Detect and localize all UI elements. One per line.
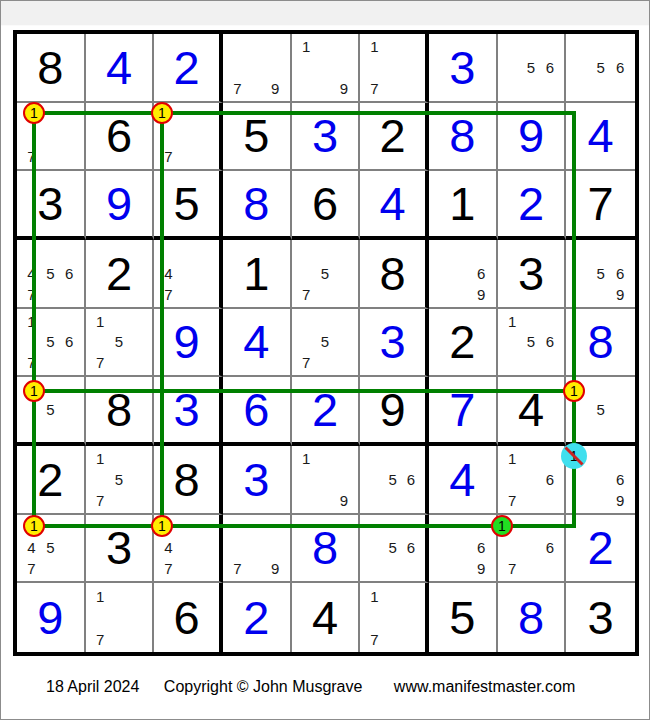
cell-value: 3 <box>223 446 290 513</box>
pencilmarks: 57 <box>292 240 359 307</box>
pencilmark: 1 <box>503 448 522 469</box>
pencilmark: 7 <box>22 352 41 373</box>
cell-r8c7: 69 <box>429 515 498 584</box>
cell-r4c9: 569 <box>566 240 635 309</box>
pencilmarks: 569 <box>566 240 635 307</box>
pencilmark: 7 <box>365 628 383 650</box>
pencilmark: 1 <box>503 311 522 332</box>
cell-r7c7: 4 <box>429 446 498 515</box>
cell-r1c4: 79 <box>223 34 292 103</box>
cell-r5c4: 4 <box>223 309 292 378</box>
cell-r1c2: 4 <box>86 34 155 103</box>
cell-r1c1: 8 <box>17 34 86 103</box>
pencilmark: 5 <box>41 400 60 420</box>
cell-r9c5: 4 <box>292 583 361 652</box>
cell-r9c8: 8 <box>498 583 567 652</box>
pencilmarks: 157 <box>86 309 153 376</box>
pencilmark: 9 <box>334 78 353 99</box>
cell-r7c6: 56 <box>360 446 429 515</box>
pencilmarks: 79 <box>223 515 290 582</box>
cell-value: 4 <box>86 34 153 101</box>
cell-r4c5: 57 <box>292 240 361 309</box>
cell-r2c6: 2 <box>360 103 429 172</box>
pencilmarks: 17 <box>360 583 425 652</box>
cell-r6c5: 2 <box>292 377 361 446</box>
cell-value: 2 <box>223 583 290 652</box>
cell-r4c3: 47 <box>154 240 223 309</box>
cell-r1c8: 56 <box>498 34 567 103</box>
cell-r6c6: 9 <box>360 377 429 446</box>
pencilmark: 5 <box>591 400 611 420</box>
cell-r6c3: 3 <box>154 377 223 446</box>
cell-r3c2: 9 <box>86 171 155 240</box>
cell-r9c3: 6 <box>154 583 223 652</box>
pencilmark: 6 <box>540 57 559 78</box>
pencilmark: 7 <box>159 146 177 167</box>
cell-r8c3: 47 <box>154 515 223 584</box>
pencilmark: 5 <box>591 57 611 78</box>
pencilmark: 5 <box>316 332 335 353</box>
cell-r5c9: 8 <box>566 309 635 378</box>
cell-value: 9 <box>498 103 565 170</box>
pencilmark: 5 <box>384 538 402 559</box>
pencilmark: 5 <box>41 538 60 559</box>
cell-value: 3 <box>86 515 153 582</box>
cell-r4c4: 1 <box>223 240 292 309</box>
pencilmarks: 56 <box>360 515 425 582</box>
pencilmark: 7 <box>22 558 41 579</box>
cell-value: 1 <box>223 240 290 307</box>
cell-value: 1 <box>429 171 496 236</box>
cell-r9c9: 3 <box>566 583 635 652</box>
cell-r2c8: 9 <box>498 103 567 172</box>
cell-r5c5: 57 <box>292 309 361 378</box>
cell-r5c8: 156 <box>498 309 567 378</box>
pencilmark: 9 <box>472 284 491 305</box>
cell-r8c2: 3 <box>86 515 155 584</box>
cell-value: 9 <box>17 583 84 652</box>
cell-value: 2 <box>498 171 565 236</box>
pencilmark: 7 <box>297 352 316 373</box>
pencilmark: 9 <box>266 78 285 99</box>
pencilmark: 5 <box>41 332 60 353</box>
cell-r5c6: 3 <box>360 309 429 378</box>
cell-r2c5: 3 <box>292 103 361 172</box>
cell-r7c2: 157 <box>86 446 155 515</box>
cell-r6c9: 5 <box>566 377 635 446</box>
pencilmarks: 67 <box>498 515 565 582</box>
pencilmark: 9 <box>610 284 630 305</box>
cell-value: 6 <box>154 583 219 652</box>
pencilmark: 6 <box>402 469 420 490</box>
footer-copyright: Copyright © John Musgrave <box>164 678 363 695</box>
pencilmark: 7 <box>228 78 247 99</box>
cell-value: 7 <box>566 171 635 236</box>
pencilmark: 6 <box>472 263 491 284</box>
cell-value: 9 <box>86 171 153 236</box>
cell-r5c7: 2 <box>429 309 498 378</box>
cell-r7c3: 8 <box>154 446 223 515</box>
cell-r9c6: 17 <box>360 583 429 652</box>
pencilmark: 7 <box>297 284 316 305</box>
pencilmarks: 5 <box>17 377 84 442</box>
pencilmarks: 56 <box>566 34 635 101</box>
cell-value: 2 <box>292 377 359 442</box>
cell-r9c1: 9 <box>17 583 86 652</box>
cell-value: 3 <box>360 309 425 376</box>
pencilmarks: 56 <box>498 34 565 101</box>
cell-r3c3: 5 <box>154 171 223 240</box>
pencilmark: 1 <box>91 448 110 469</box>
cell-value: 8 <box>17 34 84 101</box>
cell-r3c7: 1 <box>429 171 498 240</box>
cell-value: 3 <box>292 103 359 170</box>
pencilmarks: 7 <box>17 103 84 170</box>
pencilmark: 6 <box>540 538 559 559</box>
pencilmark: 9 <box>334 490 353 511</box>
cell-value: 6 <box>86 103 153 170</box>
cell-r7c5: 19 <box>292 446 361 515</box>
pencilmarks: 1567 <box>17 309 84 376</box>
pencilmark: 5 <box>522 57 541 78</box>
pencilmark: 4 <box>159 538 177 559</box>
cell-r5c3: 9 <box>154 309 223 378</box>
cell-value: 3 <box>429 34 496 101</box>
cell-r2c3: 7 <box>154 103 223 172</box>
pencilmark: 7 <box>503 558 522 579</box>
pencilmark: 5 <box>522 332 541 353</box>
cell-r7c4: 3 <box>223 446 292 515</box>
pencilmark: 5 <box>110 469 129 490</box>
pencilmark: 6 <box>60 332 79 353</box>
pencilmarks: 69 <box>429 240 496 307</box>
cell-r1c3: 2 <box>154 34 223 103</box>
cell-value: 2 <box>566 515 635 582</box>
pencilmarks: 19 <box>292 34 359 101</box>
cell-value: 5 <box>429 583 496 652</box>
pencilmark: 7 <box>91 352 110 373</box>
pencilmark: 5 <box>384 469 402 490</box>
cell-value: 3 <box>498 240 565 307</box>
cell-r3c4: 8 <box>223 171 292 240</box>
cell-r6c7: 7 <box>429 377 498 446</box>
pencilmark: 4 <box>159 263 177 284</box>
cell-r6c8: 4 <box>498 377 567 446</box>
pencilmarks: 17 <box>360 34 425 101</box>
cell-value: 9 <box>154 309 219 376</box>
pencilmark: 7 <box>365 78 383 99</box>
pencilmark: 9 <box>610 490 630 511</box>
cell-value: 8 <box>223 171 290 236</box>
pencilmarks: 47 <box>154 515 219 582</box>
cell-r7c9: 69 <box>566 446 635 515</box>
cell-value: 3 <box>17 171 84 236</box>
cell-value: 8 <box>429 103 496 170</box>
cell-value: 5 <box>223 103 290 170</box>
footer-date: 18 April 2024 <box>46 678 139 695</box>
pencilmarks: 4567 <box>17 240 84 307</box>
header-band <box>1 1 649 26</box>
pencilmark: 5 <box>110 332 129 353</box>
pencilmark: 1 <box>365 36 383 57</box>
cell-value: 8 <box>360 240 425 307</box>
pencilmarks: 69 <box>566 446 635 513</box>
pencilmark: 7 <box>159 558 177 579</box>
pencilmarks: 79 <box>223 34 290 101</box>
cell-value: 4 <box>223 309 290 376</box>
pencilmark: 6 <box>610 57 630 78</box>
pencilmark: 6 <box>540 469 559 490</box>
cell-r4c1: 4567 <box>17 240 86 309</box>
cell-r8c6: 56 <box>360 515 429 584</box>
footer-site: www.manifestmaster.com <box>394 678 575 695</box>
cell-r8c5: 8 <box>292 515 361 584</box>
cell-r3c5: 6 <box>292 171 361 240</box>
cell-r2c2: 6 <box>86 103 155 172</box>
pencilmarks: 167 <box>498 446 565 513</box>
cell-value: 4 <box>566 103 635 170</box>
cell-value: 7 <box>429 377 496 442</box>
cell-value: 4 <box>429 446 496 513</box>
cell-value: 9 <box>360 377 425 442</box>
pencilmarks: 5 <box>566 377 635 442</box>
pencilmark: 6 <box>610 263 630 284</box>
pencilmark: 9 <box>472 558 491 579</box>
cell-r6c1: 5 <box>17 377 86 446</box>
cell-r6c4: 6 <box>223 377 292 446</box>
cell-r5c1: 1567 <box>17 309 86 378</box>
cell-r3c9: 7 <box>566 171 635 240</box>
cell-r3c1: 3 <box>17 171 86 240</box>
cell-r4c7: 69 <box>429 240 498 309</box>
pencilmark: 1 <box>22 311 41 332</box>
pencilmark: 6 <box>60 263 79 284</box>
pencilmarks: 7 <box>154 103 219 170</box>
cell-r3c6: 4 <box>360 171 429 240</box>
cell-value: 3 <box>154 377 219 442</box>
cell-value: 6 <box>223 377 290 442</box>
sudoku-board: 8427919173565676753289439586412745672471… <box>13 30 639 656</box>
pencilmarks: 19 <box>292 446 359 513</box>
pencilmarks: 156 <box>498 309 565 376</box>
pencilmark: 1 <box>297 448 316 469</box>
pencilmark: 5 <box>41 263 60 284</box>
cell-value: 3 <box>566 583 635 652</box>
pencilmark: 7 <box>91 628 110 650</box>
cell-r9c4: 2 <box>223 583 292 652</box>
pencilmarks: 56 <box>360 446 425 513</box>
cell-r2c4: 5 <box>223 103 292 172</box>
cell-value: 2 <box>17 446 84 513</box>
cell-value: 8 <box>498 583 565 652</box>
cell-r2c7: 8 <box>429 103 498 172</box>
pencilmark: 1 <box>365 585 383 607</box>
pencilmark: 1 <box>91 311 110 332</box>
pencilmarks: 47 <box>154 240 219 307</box>
cell-value: 6 <box>292 171 359 236</box>
pencilmark: 6 <box>610 469 630 490</box>
cell-value: 4 <box>360 171 425 236</box>
pencilmark: 1 <box>91 585 110 607</box>
pencilmark: 7 <box>228 558 247 579</box>
cell-r8c8: 67 <box>498 515 567 584</box>
cell-value: 2 <box>429 309 496 376</box>
cell-value: 2 <box>86 240 153 307</box>
cell-r8c4: 79 <box>223 515 292 584</box>
pencilmark: 6 <box>472 538 491 559</box>
cell-r4c6: 8 <box>360 240 429 309</box>
cell-r1c5: 19 <box>292 34 361 103</box>
cell-r4c2: 2 <box>86 240 155 309</box>
pencilmark: 7 <box>22 284 41 305</box>
pencilmark: 5 <box>316 263 335 284</box>
cell-r7c8: 167 <box>498 446 567 515</box>
cell-value: 8 <box>566 309 635 376</box>
pencilmark: 1 <box>297 36 316 57</box>
footer: 18 April 2024 Copyright © John Musgrave … <box>46 678 575 696</box>
cell-r4c8: 3 <box>498 240 567 309</box>
pencilmark: 4 <box>22 538 41 559</box>
cell-r8c1: 457 <box>17 515 86 584</box>
cell-value: 2 <box>154 34 219 101</box>
pencilmark: 7 <box>91 490 110 511</box>
pencilmarks: 17 <box>86 583 153 652</box>
cell-value: 8 <box>292 515 359 582</box>
cell-value: 4 <box>498 377 565 442</box>
cell-value: 2 <box>360 103 425 170</box>
cell-r1c6: 17 <box>360 34 429 103</box>
cell-r8c9: 2 <box>566 515 635 584</box>
pencilmark: 7 <box>22 146 41 167</box>
cell-r1c7: 3 <box>429 34 498 103</box>
pencilmark: 9 <box>266 558 285 579</box>
cell-r2c9: 4 <box>566 103 635 172</box>
cell-r1c9: 56 <box>566 34 635 103</box>
cell-r5c2: 157 <box>86 309 155 378</box>
cell-r6c2: 8 <box>86 377 155 446</box>
pencilmarks: 457 <box>17 515 84 582</box>
pencilmark: 7 <box>503 490 522 511</box>
pencilmarks: 157 <box>86 446 153 513</box>
pencilmark: 5 <box>591 263 611 284</box>
cell-value: 8 <box>154 446 219 513</box>
cell-r3c8: 2 <box>498 171 567 240</box>
pencilmark: 4 <box>22 263 41 284</box>
cell-r7c1: 2 <box>17 446 86 515</box>
cell-value: 4 <box>292 583 359 652</box>
cell-r9c7: 5 <box>429 583 498 652</box>
page: 8427919173565676753289439586412745672471… <box>0 0 650 720</box>
cell-value: 8 <box>86 377 153 442</box>
pencilmark: 7 <box>159 284 177 305</box>
cell-r9c2: 17 <box>86 583 155 652</box>
pencilmarks: 69 <box>429 515 496 582</box>
pencilmark: 6 <box>402 538 420 559</box>
cell-r2c1: 7 <box>17 103 86 172</box>
pencilmarks: 57 <box>292 309 359 376</box>
cell-value: 5 <box>154 171 219 236</box>
pencilmark: 6 <box>540 332 559 353</box>
